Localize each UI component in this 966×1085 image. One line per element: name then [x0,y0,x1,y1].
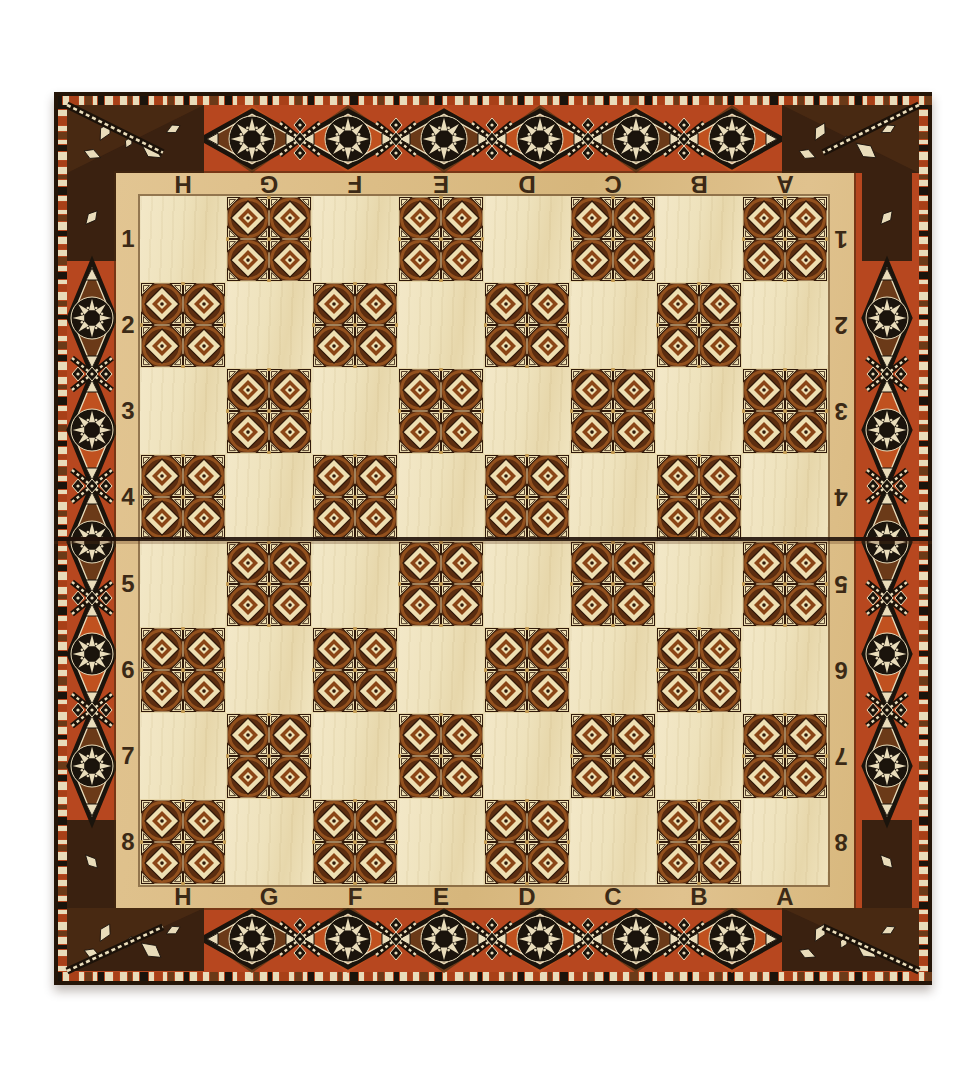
square-e4[interactable] [398,454,484,540]
square-b4[interactable] [656,454,742,540]
dark-square-inlay [484,282,570,368]
square-a5[interactable] [742,541,828,627]
square-d5[interactable] [484,541,570,627]
file-label-top-g: G [226,173,312,196]
dark-square-inlay [226,541,312,627]
rank-label-left-8: 8 [116,799,140,885]
square-d1[interactable] [484,196,570,282]
dark-square-inlay [742,541,828,627]
square-b5[interactable] [656,541,742,627]
dark-square-inlay [484,799,570,885]
file-label-bottom-d: D [484,885,570,908]
rank-label-left-6: 6 [116,627,140,713]
dark-square-inlay [226,713,312,799]
square-c2[interactable] [570,282,656,368]
dark-square-inlay [742,713,828,799]
file-label-bottom-h: H [140,885,226,908]
square-c6[interactable] [570,627,656,713]
rank-label-right-3: 3 [828,368,854,454]
square-a2[interactable] [742,282,828,368]
rank-label-right-2: 2 [828,282,854,368]
square-f5[interactable] [312,541,398,627]
square-h2[interactable] [140,282,226,368]
dark-square-inlay [656,799,742,885]
square-c5[interactable] [570,541,656,627]
square-f3[interactable] [312,368,398,454]
square-g1[interactable] [226,196,312,282]
square-e1[interactable] [398,196,484,282]
rank-label-left-5: 5 [116,541,140,627]
file-label-top-h: H [140,173,226,196]
square-a3[interactable] [742,368,828,454]
square-h7[interactable] [140,713,226,799]
dark-square-inlay [398,368,484,454]
square-e6[interactable] [398,627,484,713]
square-d6[interactable] [484,627,570,713]
rank-label-right-6: 6 [828,627,854,713]
square-f6[interactable] [312,627,398,713]
square-c8[interactable] [570,799,656,885]
file-label-bottom-c: C [570,885,656,908]
photo-background: HH11GG22FF33EE44DD55CC66BB77AA88 [0,0,966,1085]
square-g8[interactable] [226,799,312,885]
square-g7[interactable] [226,713,312,799]
dark-square-inlay [742,368,828,454]
square-e3[interactable] [398,368,484,454]
square-d8[interactable] [484,799,570,885]
square-g3[interactable] [226,368,312,454]
square-d2[interactable] [484,282,570,368]
square-c3[interactable] [570,368,656,454]
fold-seam-shadow [54,541,932,544]
square-g2[interactable] [226,282,312,368]
square-b7[interactable] [656,713,742,799]
dark-square-inlay [312,799,398,885]
square-f4[interactable] [312,454,398,540]
square-d4[interactable] [484,454,570,540]
square-h1[interactable] [140,196,226,282]
square-f7[interactable] [312,713,398,799]
file-label-top-e: E [398,173,484,196]
file-label-top-a: A [742,173,828,196]
dark-square-inlay [398,541,484,627]
dark-square-inlay [312,282,398,368]
square-b8[interactable] [656,799,742,885]
file-label-top-d: D [484,173,570,196]
square-a6[interactable] [742,627,828,713]
dark-square-inlay [140,282,226,368]
square-b6[interactable] [656,627,742,713]
dark-square-inlay [656,627,742,713]
dark-square-inlay [312,454,398,540]
square-g6[interactable] [226,627,312,713]
square-h4[interactable] [140,454,226,540]
rank-label-left-2: 2 [116,282,140,368]
dark-square-inlay [226,196,312,282]
dark-square-inlay [398,196,484,282]
dark-square-inlay [226,368,312,454]
dark-square-inlay [570,713,656,799]
square-f1[interactable] [312,196,398,282]
square-e8[interactable] [398,799,484,885]
file-label-bottom-f: F [312,885,398,908]
dark-square-inlay [484,454,570,540]
square-g5[interactable] [226,541,312,627]
file-label-bottom-a: A [742,885,828,908]
dark-square-inlay [656,454,742,540]
chess-board: HH11GG22FF33EE44DD55CC66BB77AA88 [54,92,932,985]
dark-square-inlay [398,713,484,799]
square-a4[interactable] [742,454,828,540]
square-c4[interactable] [570,454,656,540]
square-d7[interactable] [484,713,570,799]
square-a8[interactable] [742,799,828,885]
rank-label-right-1: 1 [828,196,854,282]
square-c1[interactable] [570,196,656,282]
rank-label-left-3: 3 [116,368,140,454]
dark-square-inlay [312,627,398,713]
square-h6[interactable] [140,627,226,713]
square-b2[interactable] [656,282,742,368]
square-b3[interactable] [656,368,742,454]
dark-square-inlay [140,627,226,713]
square-h3[interactable] [140,368,226,454]
file-label-bottom-e: E [398,885,484,908]
rank-label-right-7: 7 [828,713,854,799]
square-e7[interactable] [398,713,484,799]
dark-square-inlay [570,541,656,627]
square-d3[interactable] [484,368,570,454]
rank-label-left-4: 4 [116,454,140,540]
square-a1[interactable] [742,196,828,282]
file-label-top-c: C [570,173,656,196]
dark-square-inlay [656,282,742,368]
dark-square-inlay [484,627,570,713]
file-label-bottom-g: G [226,885,312,908]
square-f8[interactable] [312,799,398,885]
square-g4[interactable] [226,454,312,540]
square-f2[interactable] [312,282,398,368]
file-label-top-f: F [312,173,398,196]
rank-label-left-1: 1 [116,196,140,282]
dark-square-inlay [742,196,828,282]
square-c7[interactable] [570,713,656,799]
rank-label-right-8: 8 [828,799,854,885]
square-a7[interactable] [742,713,828,799]
square-h5[interactable] [140,541,226,627]
dark-square-inlay [140,454,226,540]
square-h8[interactable] [140,799,226,885]
dark-square-inlay [140,799,226,885]
square-b1[interactable] [656,196,742,282]
rank-label-right-5: 5 [828,541,854,627]
file-label-bottom-b: B [656,885,742,908]
rank-label-left-7: 7 [116,713,140,799]
rank-label-right-4: 4 [828,454,854,540]
file-label-top-b: B [656,173,742,196]
dark-square-inlay [570,196,656,282]
square-e5[interactable] [398,541,484,627]
square-e2[interactable] [398,282,484,368]
dark-square-inlay [570,368,656,454]
